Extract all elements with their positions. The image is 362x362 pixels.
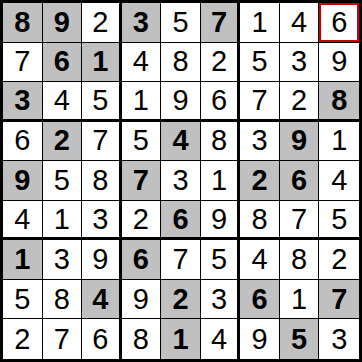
cell-r2c3[interactable]: 1 bbox=[82, 43, 122, 83]
cell-r4c5[interactable]: 4 bbox=[161, 122, 201, 162]
cell-r2c7[interactable]: 5 bbox=[240, 43, 280, 83]
cell-r3c5[interactable]: 9 bbox=[161, 82, 201, 122]
cell-r9c9[interactable]: 3 bbox=[319, 319, 359, 359]
cell-r9c4[interactable]: 8 bbox=[122, 319, 162, 359]
cell-r4c2[interactable]: 2 bbox=[43, 122, 83, 162]
cell-r9c2[interactable]: 7 bbox=[43, 319, 83, 359]
cell-r3c8[interactable]: 2 bbox=[280, 82, 320, 122]
cell-r7c2[interactable]: 3 bbox=[43, 240, 83, 280]
cell-r4c1[interactable]: 6 bbox=[3, 122, 43, 162]
cell-r8c7[interactable]: 6 bbox=[240, 280, 280, 320]
cell-r8c8[interactable]: 1 bbox=[280, 280, 320, 320]
cell-r1c8[interactable]: 4 bbox=[280, 3, 320, 43]
cell-r5c3[interactable]: 8 bbox=[82, 161, 122, 201]
cell-r2c2[interactable]: 6 bbox=[43, 43, 83, 83]
cell-r4c8[interactable]: 9 bbox=[280, 122, 320, 162]
cell-r7c5[interactable]: 7 bbox=[161, 240, 201, 280]
cell-r6c1[interactable]: 4 bbox=[3, 201, 43, 241]
cell-r5c9[interactable]: 4 bbox=[319, 161, 359, 201]
cell-r4c3[interactable]: 7 bbox=[82, 122, 122, 162]
cell-r9c1[interactable]: 2 bbox=[3, 319, 43, 359]
cell-r1c6[interactable]: 7 bbox=[201, 3, 241, 43]
cell-r2c5[interactable]: 8 bbox=[161, 43, 201, 83]
cell-r1c9[interactable]: 6 bbox=[319, 3, 359, 43]
cell-r8c2[interactable]: 8 bbox=[43, 280, 83, 320]
cell-r7c3[interactable]: 9 bbox=[82, 240, 122, 280]
cell-r8c1[interactable]: 5 bbox=[3, 280, 43, 320]
cell-r2c1[interactable]: 7 bbox=[3, 43, 43, 83]
cell-r9c6[interactable]: 4 bbox=[201, 319, 241, 359]
cell-r7c6[interactable]: 5 bbox=[201, 240, 241, 280]
cell-r8c6[interactable]: 3 bbox=[201, 280, 241, 320]
cell-r6c3[interactable]: 3 bbox=[82, 201, 122, 241]
cell-r5c1[interactable]: 9 bbox=[3, 161, 43, 201]
cell-r7c4[interactable]: 6 bbox=[122, 240, 162, 280]
cell-r3c3[interactable]: 5 bbox=[82, 82, 122, 122]
cell-r9c5[interactable]: 1 bbox=[161, 319, 201, 359]
cell-r6c4[interactable]: 2 bbox=[122, 201, 162, 241]
cell-r6c7[interactable]: 8 bbox=[240, 201, 280, 241]
cell-r1c3[interactable]: 2 bbox=[82, 3, 122, 43]
cell-r2c6[interactable]: 2 bbox=[201, 43, 241, 83]
cell-r2c9[interactable]: 9 bbox=[319, 43, 359, 83]
sudoku-board: 8923571467614825393451967286275483919587… bbox=[0, 0, 362, 362]
cell-r3c6[interactable]: 6 bbox=[201, 82, 241, 122]
cell-r6c2[interactable]: 1 bbox=[43, 201, 83, 241]
cell-r4c9[interactable]: 1 bbox=[319, 122, 359, 162]
cell-r3c1[interactable]: 3 bbox=[3, 82, 43, 122]
cell-r7c9[interactable]: 2 bbox=[319, 240, 359, 280]
cell-r3c9[interactable]: 8 bbox=[319, 82, 359, 122]
cell-r8c5[interactable]: 2 bbox=[161, 280, 201, 320]
cell-r5c5[interactable]: 3 bbox=[161, 161, 201, 201]
cell-r5c7[interactable]: 2 bbox=[240, 161, 280, 201]
cell-r7c1[interactable]: 1 bbox=[3, 240, 43, 280]
cell-r8c4[interactable]: 9 bbox=[122, 280, 162, 320]
cell-r2c8[interactable]: 3 bbox=[280, 43, 320, 83]
cell-r5c2[interactable]: 5 bbox=[43, 161, 83, 201]
cell-r6c5[interactable]: 6 bbox=[161, 201, 201, 241]
cell-r6c9[interactable]: 5 bbox=[319, 201, 359, 241]
cell-r3c2[interactable]: 4 bbox=[43, 82, 83, 122]
cell-r1c4[interactable]: 3 bbox=[122, 3, 162, 43]
cell-r1c7[interactable]: 1 bbox=[240, 3, 280, 43]
cell-r3c7[interactable]: 7 bbox=[240, 82, 280, 122]
cell-r8c9[interactable]: 7 bbox=[319, 280, 359, 320]
cell-r3c4[interactable]: 1 bbox=[122, 82, 162, 122]
cell-r9c8[interactable]: 5 bbox=[280, 319, 320, 359]
cell-r8c3[interactable]: 4 bbox=[82, 280, 122, 320]
cell-r9c3[interactable]: 6 bbox=[82, 319, 122, 359]
cell-r2c4[interactable]: 4 bbox=[122, 43, 162, 83]
cell-r1c5[interactable]: 5 bbox=[161, 3, 201, 43]
cell-r4c6[interactable]: 8 bbox=[201, 122, 241, 162]
cell-r1c1[interactable]: 8 bbox=[3, 3, 43, 43]
cell-r1c2[interactable]: 9 bbox=[43, 3, 83, 43]
cell-r5c8[interactable]: 6 bbox=[280, 161, 320, 201]
cell-r4c7[interactable]: 3 bbox=[240, 122, 280, 162]
cell-r7c8[interactable]: 8 bbox=[280, 240, 320, 280]
cell-r5c6[interactable]: 1 bbox=[201, 161, 241, 201]
cell-r4c4[interactable]: 5 bbox=[122, 122, 162, 162]
cell-r7c7[interactable]: 4 bbox=[240, 240, 280, 280]
cell-r9c7[interactable]: 9 bbox=[240, 319, 280, 359]
cell-r5c4[interactable]: 7 bbox=[122, 161, 162, 201]
cell-r6c8[interactable]: 7 bbox=[280, 201, 320, 241]
cell-r6c6[interactable]: 9 bbox=[201, 201, 241, 241]
